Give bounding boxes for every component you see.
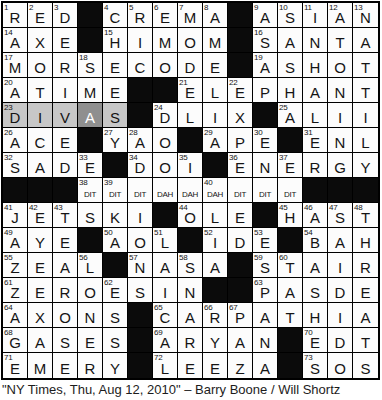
cell-r12c14[interactable]: D bbox=[328, 278, 353, 303]
cell-r12c6[interactable]: S bbox=[128, 278, 153, 303]
cell-r4c8[interactable]: 21E bbox=[178, 78, 203, 103]
cell-r2c8[interactable]: O bbox=[178, 28, 203, 53]
cell-r5c4[interactable]: A bbox=[78, 103, 103, 128]
cell-r9c4[interactable]: S bbox=[78, 203, 103, 228]
cell-r1c5[interactable]: 4C bbox=[103, 3, 128, 28]
cell-r13c15[interactable]: A bbox=[353, 303, 378, 328]
cell-r9c15[interactable]: 48T bbox=[353, 203, 378, 228]
cell-r8c10[interactable]: DIT bbox=[228, 178, 253, 203]
cell-letter: E bbox=[153, 10, 177, 26]
cell-r7c1[interactable]: 32S bbox=[3, 153, 28, 178]
cell-r1c3[interactable]: 3D bbox=[53, 3, 78, 28]
cell-r4c11[interactable]: P bbox=[253, 78, 278, 103]
black-cell bbox=[353, 178, 378, 203]
cell-letter: E bbox=[78, 160, 102, 176]
cell-r1c11[interactable]: 9A bbox=[253, 3, 278, 28]
cell-r5c9[interactable]: I bbox=[203, 103, 228, 128]
cell-r8c4[interactable]: 38DIT bbox=[78, 178, 103, 203]
cell-r8c11[interactable]: DIT bbox=[253, 178, 278, 203]
black-cell bbox=[303, 178, 328, 203]
cell-letter: N bbox=[78, 310, 102, 326]
cell-r15c10[interactable]: Z bbox=[228, 353, 253, 378]
black-cell bbox=[178, 128, 203, 153]
cell-r1c14[interactable]: 12A bbox=[328, 3, 353, 28]
cell-letter: A bbox=[128, 135, 152, 151]
cell-r3c9[interactable]: E bbox=[203, 53, 228, 78]
cell-r6c10[interactable]: P bbox=[228, 128, 253, 153]
cell-r13c9[interactable]: 66R bbox=[203, 303, 228, 328]
cell-r4c10[interactable]: 22E bbox=[228, 78, 253, 103]
cell-letter: E bbox=[178, 361, 202, 377]
cell-letter: L bbox=[303, 110, 327, 126]
cell-r2c15[interactable]: A bbox=[353, 28, 378, 53]
cell-r13c12[interactable]: T bbox=[278, 303, 303, 328]
cell-r5c14[interactable]: I bbox=[328, 103, 353, 128]
cell-r13c2[interactable]: X bbox=[28, 303, 53, 328]
cell-r6c9[interactable]: 29A bbox=[203, 128, 228, 153]
cell-letter: T bbox=[353, 60, 378, 76]
cell-r3c7[interactable]: O bbox=[153, 53, 178, 78]
cell-letter: A bbox=[278, 285, 302, 301]
cell-letter: Z bbox=[3, 260, 27, 276]
cell-r13c4[interactable]: N bbox=[78, 303, 103, 328]
cell-r2c5[interactable]: 15H bbox=[103, 28, 128, 53]
cell-letter: S bbox=[53, 335, 77, 351]
cell-letter: A bbox=[253, 60, 277, 76]
cell-r1c12[interactable]: 10S bbox=[278, 3, 303, 28]
cell-letter: R bbox=[53, 60, 77, 76]
cell-r13c1[interactable]: 64A bbox=[3, 303, 28, 328]
black-cell bbox=[53, 178, 78, 203]
cell-letter: D bbox=[153, 110, 177, 126]
cell-r3c13[interactable]: H bbox=[303, 53, 328, 78]
cell-r12c1[interactable]: 61Z bbox=[3, 278, 28, 303]
black-cell bbox=[28, 178, 53, 203]
cell-r7c12[interactable]: 37E bbox=[278, 153, 303, 178]
cell-r11c1[interactable]: 55Z bbox=[3, 253, 28, 278]
cell-r14c15[interactable]: T bbox=[353, 328, 378, 353]
clue-number: 38 bbox=[79, 178, 87, 187]
black-cell bbox=[78, 128, 103, 153]
cell-r6c14[interactable]: N bbox=[328, 128, 353, 153]
cell-letter: S bbox=[303, 285, 327, 301]
cell-r11c11[interactable]: 59S bbox=[253, 253, 278, 278]
cell-letter: L bbox=[178, 110, 202, 126]
cell-r13c8[interactable]: A bbox=[178, 303, 203, 328]
cell-letter: O bbox=[178, 210, 202, 226]
cell-r15c5[interactable]: Y bbox=[103, 353, 128, 378]
cell-r11c12[interactable]: 60T bbox=[278, 253, 303, 278]
cell-letter: N bbox=[303, 35, 327, 51]
cell-r15c1[interactable]: 71E bbox=[3, 353, 28, 378]
cell-r12c15[interactable]: E bbox=[353, 278, 378, 303]
cell-r4c1[interactable]: 20A bbox=[3, 78, 28, 103]
cell-letter: A bbox=[28, 335, 52, 351]
cell-r12c4[interactable]: O bbox=[78, 278, 103, 303]
cell-r1c6[interactable]: 5R bbox=[128, 3, 153, 28]
cell-letter: E bbox=[28, 285, 52, 301]
cell-letter: A bbox=[3, 235, 27, 251]
cell-letter: I bbox=[153, 285, 177, 301]
cell-r9c14[interactable]: 47S bbox=[328, 203, 353, 228]
black-cell bbox=[128, 78, 153, 103]
cell-r4c4[interactable]: M bbox=[78, 78, 103, 103]
cell-r5c15[interactable]: I bbox=[353, 103, 378, 128]
cell-r11c9[interactable]: A bbox=[203, 253, 228, 278]
cell-r1c2[interactable]: 2E bbox=[28, 3, 53, 28]
cell-r10c5[interactable]: 50A bbox=[103, 228, 128, 253]
cell-r10c1[interactable]: 49A bbox=[3, 228, 28, 253]
cell-r5c10[interactable]: X bbox=[228, 103, 253, 128]
cell-r14c7[interactable]: 69A bbox=[153, 328, 178, 353]
cell-letter: L bbox=[353, 135, 378, 151]
cell-letter: D bbox=[228, 235, 252, 251]
black-cell bbox=[3, 178, 28, 203]
cell-r14c1[interactable]: 68G bbox=[3, 328, 28, 353]
cell-letter: H bbox=[278, 85, 302, 101]
cell-letter: L bbox=[203, 210, 227, 226]
cell-r5c2[interactable]: I bbox=[28, 103, 53, 128]
rebus-letter: DIT bbox=[228, 190, 252, 199]
cell-r11c14[interactable]: I bbox=[328, 253, 353, 278]
cell-r10c9[interactable]: 52I bbox=[203, 228, 228, 253]
black-cell bbox=[278, 228, 303, 253]
cell-r3c11[interactable]: 19A bbox=[253, 53, 278, 78]
cell-letter: H bbox=[353, 235, 378, 251]
cell-letter: C bbox=[153, 310, 177, 326]
cell-letter: I bbox=[128, 210, 152, 226]
cell-letter: L bbox=[203, 85, 227, 101]
cell-letter: I bbox=[128, 35, 152, 51]
black-cell bbox=[78, 3, 103, 28]
cell-r3c8[interactable]: D bbox=[178, 53, 203, 78]
caption: "NY Times, Thu, Aug 12, 2010" – Barry Bo… bbox=[2, 382, 340, 397]
cell-letter: S bbox=[328, 210, 352, 226]
cell-letter: P bbox=[253, 85, 277, 101]
cell-r9c5[interactable]: K bbox=[103, 203, 128, 228]
cell-letter: C bbox=[103, 10, 127, 26]
cell-r6c15[interactable]: L bbox=[353, 128, 378, 153]
cell-letter: O bbox=[28, 60, 52, 76]
cell-r15c15[interactable]: S bbox=[353, 353, 378, 378]
cell-letter: D bbox=[328, 285, 352, 301]
cell-r7c2[interactable]: A bbox=[28, 153, 53, 178]
cell-letter: N bbox=[178, 285, 202, 301]
cell-r11c15[interactable]: R bbox=[353, 253, 378, 278]
cell-r4c2[interactable]: T bbox=[28, 78, 53, 103]
cell-letter: A bbox=[228, 335, 252, 351]
black-cell bbox=[78, 28, 103, 53]
cell-letter: N bbox=[353, 10, 378, 26]
cell-letter: E bbox=[53, 135, 77, 151]
cell-r14c10[interactable]: A bbox=[228, 328, 253, 353]
cell-r14c9[interactable]: Y bbox=[203, 328, 228, 353]
cell-r6c7[interactable]: O bbox=[153, 128, 178, 153]
cell-r6c5[interactable]: 27Y bbox=[103, 128, 128, 153]
cell-r7c8[interactable]: 35I bbox=[178, 153, 203, 178]
cell-r13c10[interactable]: 67P bbox=[228, 303, 253, 328]
cell-r14c3[interactable]: S bbox=[53, 328, 78, 353]
cell-r2c6[interactable]: I bbox=[128, 28, 153, 53]
cell-letter: X bbox=[28, 310, 52, 326]
cell-r4c13[interactable]: A bbox=[303, 78, 328, 103]
cell-r14c8[interactable]: R bbox=[178, 328, 203, 353]
black-cell bbox=[78, 228, 103, 253]
cell-letter: H bbox=[103, 35, 127, 51]
cell-letter: M bbox=[28, 361, 52, 377]
cell-r6c3[interactable]: E bbox=[53, 128, 78, 153]
cell-letter: S bbox=[278, 60, 302, 76]
cell-r14c13[interactable]: 70E bbox=[303, 328, 328, 353]
cell-r11c3[interactable]: A bbox=[53, 253, 78, 278]
cell-r2c12[interactable]: A bbox=[278, 28, 303, 53]
cell-r7c7[interactable]: O bbox=[153, 153, 178, 178]
cell-letter: A bbox=[303, 210, 327, 226]
cell-r8c8[interactable]: DAH bbox=[178, 178, 203, 203]
cell-r11c13[interactable]: A bbox=[303, 253, 328, 278]
cell-r11c7[interactable]: A bbox=[153, 253, 178, 278]
cell-letter: S bbox=[3, 160, 27, 176]
rebus-letter: DIT bbox=[278, 190, 302, 199]
cell-letter: R bbox=[203, 310, 227, 326]
cell-r10c14[interactable]: A bbox=[328, 228, 353, 253]
cell-r2c2[interactable]: X bbox=[28, 28, 53, 53]
cell-r7c11[interactable]: N bbox=[253, 153, 278, 178]
cell-letter: Y bbox=[28, 235, 52, 251]
cell-r10c7[interactable]: 51L bbox=[153, 228, 178, 253]
cell-r1c7[interactable]: 6E bbox=[153, 3, 178, 28]
cell-r9c8[interactable]: 44O bbox=[178, 203, 203, 228]
cell-r10c3[interactable]: E bbox=[53, 228, 78, 253]
cell-letter: T bbox=[278, 260, 302, 276]
cell-r7c6[interactable]: 34D bbox=[128, 153, 153, 178]
cell-r4c9[interactable]: L bbox=[203, 78, 228, 103]
cell-r9c10[interactable]: E bbox=[228, 203, 253, 228]
cell-r4c5[interactable]: E bbox=[103, 78, 128, 103]
cell-r8c12[interactable]: DIT bbox=[278, 178, 303, 203]
cell-r10c15[interactable]: H bbox=[353, 228, 378, 253]
cell-letter: P bbox=[228, 135, 252, 151]
cell-letter: D bbox=[328, 335, 352, 351]
cell-r5c3[interactable]: V bbox=[53, 103, 78, 128]
cell-r10c2[interactable]: Y bbox=[28, 228, 53, 253]
cell-r4c15[interactable]: T bbox=[353, 78, 378, 103]
black-cell bbox=[128, 303, 153, 328]
cell-r3c14[interactable]: O bbox=[328, 53, 353, 78]
cell-r3c5[interactable]: E bbox=[103, 53, 128, 78]
black-cell bbox=[128, 103, 153, 128]
cell-r5c8[interactable]: L bbox=[178, 103, 203, 128]
cell-letter: O bbox=[128, 235, 152, 251]
cell-r7c4[interactable]: 33E bbox=[78, 153, 103, 178]
cell-r10c10[interactable]: D bbox=[228, 228, 253, 253]
cell-r3c6[interactable]: C bbox=[128, 53, 153, 78]
cell-r6c6[interactable]: 28A bbox=[128, 128, 153, 153]
cell-r3c2[interactable]: O bbox=[28, 53, 53, 78]
cell-letter: X bbox=[28, 35, 52, 51]
cell-r10c11[interactable]: 53E bbox=[253, 228, 278, 253]
cell-letter: I bbox=[328, 260, 352, 276]
cell-letter: E bbox=[228, 85, 252, 101]
cell-letter: A bbox=[203, 135, 227, 151]
cell-r3c3[interactable]: R bbox=[53, 53, 78, 78]
cell-r6c13[interactable]: 31E bbox=[303, 128, 328, 153]
cell-r9c3[interactable]: 43T bbox=[53, 203, 78, 228]
cell-letter: S bbox=[303, 361, 327, 377]
cell-r5c5[interactable]: S bbox=[103, 103, 128, 128]
cell-r15c11[interactable]: A bbox=[253, 353, 278, 378]
cell-letter: E bbox=[103, 85, 127, 101]
cell-r14c2[interactable]: A bbox=[28, 328, 53, 353]
cell-r9c2[interactable]: 42E bbox=[28, 203, 53, 228]
cell-letter: A bbox=[28, 160, 52, 176]
cell-r12c13[interactable]: S bbox=[303, 278, 328, 303]
cell-r2c9[interactable]: M bbox=[203, 28, 228, 53]
clue-number: 39 bbox=[104, 178, 112, 187]
cell-r15c4[interactable]: R bbox=[78, 353, 103, 378]
cell-r11c8[interactable]: 58S bbox=[178, 253, 203, 278]
cell-r10c13[interactable]: 54B bbox=[303, 228, 328, 253]
cell-r15c7[interactable]: 72L bbox=[153, 353, 178, 378]
cell-r6c11[interactable]: 30E bbox=[253, 128, 278, 153]
cell-r13c3[interactable]: O bbox=[53, 303, 78, 328]
cell-letter: O bbox=[328, 60, 352, 76]
cell-letter: O bbox=[53, 310, 77, 326]
cell-r12c2[interactable]: E bbox=[28, 278, 53, 303]
cell-r7c13[interactable]: R bbox=[303, 153, 328, 178]
cell-r8c7[interactable]: DAH bbox=[153, 178, 178, 203]
cell-r9c1[interactable]: 41J bbox=[3, 203, 28, 228]
cell-r1c8[interactable]: 7M bbox=[178, 3, 203, 28]
cell-letter: H bbox=[303, 310, 327, 326]
cell-r2c14[interactable]: T bbox=[328, 28, 353, 53]
cell-letter: M bbox=[3, 60, 27, 76]
cell-r15c8[interactable]: E bbox=[178, 353, 203, 378]
cell-r15c13[interactable]: 73S bbox=[303, 353, 328, 378]
cell-r2c3[interactable]: E bbox=[53, 28, 78, 53]
cell-r4c3[interactable]: I bbox=[53, 78, 78, 103]
cell-letter: I bbox=[53, 85, 77, 101]
cell-r3c15[interactable]: T bbox=[353, 53, 378, 78]
cell-r5c13[interactable]: L bbox=[303, 103, 328, 128]
cell-r12c3[interactable]: R bbox=[53, 278, 78, 303]
cell-letter: E bbox=[203, 361, 227, 377]
cell-r15c3[interactable]: E bbox=[53, 353, 78, 378]
cell-r7c14[interactable]: G bbox=[328, 153, 353, 178]
cell-letter: O bbox=[153, 135, 177, 151]
black-cell bbox=[253, 203, 278, 228]
cell-letter: E bbox=[228, 210, 252, 226]
cell-letter: M bbox=[153, 35, 177, 51]
cell-r12c11[interactable]: 63P bbox=[253, 278, 278, 303]
cell-r15c9[interactable]: E bbox=[203, 353, 228, 378]
cell-letter: S bbox=[103, 110, 127, 126]
cell-r11c2[interactable]: E bbox=[28, 253, 53, 278]
cell-letter: R bbox=[178, 335, 202, 351]
cell-r13c14[interactable]: I bbox=[328, 303, 353, 328]
cell-r5c12[interactable]: 25A bbox=[278, 103, 303, 128]
cell-r15c2[interactable]: M bbox=[28, 353, 53, 378]
cell-r4c14[interactable]: N bbox=[328, 78, 353, 103]
cell-r8c6[interactable]: DIT bbox=[128, 178, 153, 203]
cell-r9c13[interactable]: 46A bbox=[303, 203, 328, 228]
cell-r10c6[interactable]: O bbox=[128, 228, 153, 253]
cell-r2c11[interactable]: 16S bbox=[253, 28, 278, 53]
black-cell bbox=[228, 53, 253, 78]
cell-r14c11[interactable]: N bbox=[253, 328, 278, 353]
cell-r14c4[interactable]: E bbox=[78, 328, 103, 353]
cell-letter: R bbox=[78, 361, 102, 377]
cell-r8c5[interactable]: 39DIT bbox=[103, 178, 128, 203]
cell-letter: A bbox=[303, 85, 327, 101]
cell-r13c13[interactable]: H bbox=[303, 303, 328, 328]
cell-r4c12[interactable]: H bbox=[278, 78, 303, 103]
cell-r9c12[interactable]: 45H bbox=[278, 203, 303, 228]
cell-letter: E bbox=[303, 335, 327, 351]
cell-r5c7[interactable]: 24D bbox=[153, 103, 178, 128]
cell-letter: S bbox=[278, 10, 302, 26]
cell-r7c15[interactable]: Y bbox=[353, 153, 378, 178]
cell-r14c5[interactable]: S bbox=[103, 328, 128, 353]
cell-letter: T bbox=[353, 210, 378, 226]
cell-r11c4[interactable]: 56L bbox=[78, 253, 103, 278]
cell-r13c11[interactable]: A bbox=[253, 303, 278, 328]
cell-r2c1[interactable]: 14A bbox=[3, 28, 28, 53]
cell-r1c13[interactable]: 11I bbox=[303, 3, 328, 28]
cell-r9c9[interactable]: L bbox=[203, 203, 228, 228]
cell-r9c6[interactable]: I bbox=[128, 203, 153, 228]
cell-r2c7[interactable]: M bbox=[153, 28, 178, 53]
cell-r11c6[interactable]: 57N bbox=[128, 253, 153, 278]
cell-r12c8[interactable]: N bbox=[178, 278, 203, 303]
cell-r1c9[interactable]: 8A bbox=[203, 3, 228, 28]
rebus-letter: DAH bbox=[178, 190, 202, 199]
cell-letter: R bbox=[53, 285, 77, 301]
cell-r12c5[interactable]: 62E bbox=[103, 278, 128, 303]
cell-r3c12[interactable]: S bbox=[278, 53, 303, 78]
cell-r5c1[interactable]: 23D bbox=[3, 103, 28, 128]
cell-letter: A bbox=[253, 361, 277, 377]
black-cell bbox=[278, 328, 303, 353]
cell-r13c7[interactable]: 65C bbox=[153, 303, 178, 328]
cell-r12c12[interactable]: A bbox=[278, 278, 303, 303]
cell-r1c1[interactable]: 1R bbox=[3, 3, 28, 28]
cell-letter: A bbox=[328, 10, 352, 26]
cell-r7c3[interactable]: D bbox=[53, 153, 78, 178]
black-cell bbox=[103, 253, 128, 278]
cell-r13c5[interactable]: S bbox=[103, 303, 128, 328]
cell-r3c4[interactable]: 18S bbox=[78, 53, 103, 78]
black-cell bbox=[153, 78, 178, 103]
cell-r14c14[interactable]: D bbox=[328, 328, 353, 353]
cell-r12c7[interactable]: I bbox=[153, 278, 178, 303]
crossword-page: 1R2E3D4C5R6E7M8A9A10S11I12A13N14AXE15HIM… bbox=[0, 0, 382, 400]
cell-letter: Y bbox=[353, 160, 378, 176]
cell-r8c9[interactable]: 40DAH bbox=[203, 178, 228, 203]
cell-r1c15[interactable]: 13N bbox=[353, 3, 378, 28]
cell-letter: A bbox=[203, 10, 227, 26]
cell-r7c10[interactable]: 36E bbox=[228, 153, 253, 178]
cell-r2c13[interactable]: N bbox=[303, 28, 328, 53]
cell-r6c1[interactable]: 26A bbox=[3, 128, 28, 153]
cell-r6c2[interactable]: C bbox=[28, 128, 53, 153]
cell-letter: O bbox=[153, 60, 177, 76]
cell-r3c1[interactable]: 17M bbox=[3, 53, 28, 78]
cell-letter: P bbox=[253, 285, 277, 301]
cell-letter: K bbox=[103, 210, 127, 226]
cell-r15c14[interactable]: O bbox=[328, 353, 353, 378]
cell-letter: E bbox=[203, 60, 227, 76]
